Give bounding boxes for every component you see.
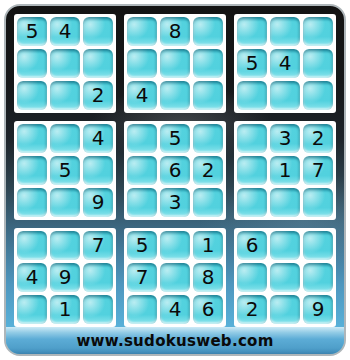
cell-r2c4[interactable] <box>127 49 157 78</box>
cell-r9c1[interactable] <box>17 295 47 324</box>
cell-r7c6: 1 <box>193 231 223 260</box>
cell-r4c3: 4 <box>83 124 113 153</box>
cell-r4c9: 2 <box>303 124 333 153</box>
cell-r9c9: 9 <box>303 295 333 324</box>
cell-r6c4[interactable] <box>127 188 157 217</box>
cell-r6c8[interactable] <box>270 188 300 217</box>
cell-r2c1[interactable] <box>17 49 47 78</box>
cell-r2c5[interactable] <box>160 49 190 78</box>
cell-r5c1[interactable] <box>17 156 47 185</box>
cell-r1c6[interactable] <box>193 17 223 46</box>
cell-r4c6[interactable] <box>193 124 223 153</box>
cell-r8c7[interactable] <box>237 263 267 292</box>
cell-r3c4: 4 <box>127 81 157 110</box>
sudokusweb-link[interactable]: www.sudokusweb.com <box>76 332 273 350</box>
cell-r8c4: 7 <box>127 263 157 292</box>
footer-bar: www.sudokusweb.com <box>6 327 344 354</box>
cell-r3c8[interactable] <box>270 81 300 110</box>
cell-r3c5[interactable] <box>160 81 190 110</box>
cell-r9c5: 4 <box>160 295 190 324</box>
cell-r7c3: 7 <box>83 231 113 260</box>
cell-r6c6[interactable] <box>193 188 223 217</box>
cell-r5c8: 1 <box>270 156 300 185</box>
cell-r9c7: 2 <box>237 295 267 324</box>
cell-r8c5[interactable] <box>160 263 190 292</box>
cell-r2c6[interactable] <box>193 49 223 78</box>
sudoku-widget: 5428454459562332177491517846629 www.sudo… <box>0 0 350 360</box>
sudoku-block-3-2: 517846 <box>124 228 226 327</box>
cell-r1c1: 5 <box>17 17 47 46</box>
cell-r1c3[interactable] <box>83 17 113 46</box>
cell-r7c4: 5 <box>127 231 157 260</box>
cell-r8c3[interactable] <box>83 263 113 292</box>
sudoku-block-1-3: 54 <box>234 14 336 113</box>
cell-r8c8[interactable] <box>270 263 300 292</box>
cell-r8c6: 8 <box>193 263 223 292</box>
sudoku-block-2-2: 5623 <box>124 121 226 220</box>
cell-r6c2[interactable] <box>50 188 80 217</box>
cell-r2c9[interactable] <box>303 49 333 78</box>
sudoku-block-2-1: 459 <box>14 121 116 220</box>
sudoku-block-1-1: 542 <box>14 14 116 113</box>
cell-r6c3: 9 <box>83 188 113 217</box>
cell-r2c3[interactable] <box>83 49 113 78</box>
cell-r2c7: 5 <box>237 49 267 78</box>
cell-r7c7: 6 <box>237 231 267 260</box>
cell-r7c9[interactable] <box>303 231 333 260</box>
cell-r6c9[interactable] <box>303 188 333 217</box>
cell-r1c8[interactable] <box>270 17 300 46</box>
cell-r8c1: 4 <box>17 263 47 292</box>
sudoku-block-3-3: 629 <box>234 228 336 327</box>
cell-r1c4[interactable] <box>127 17 157 46</box>
cell-r5c2: 5 <box>50 156 80 185</box>
cell-r9c6: 6 <box>193 295 223 324</box>
sudoku-board: 5428454459562332177491517846629 <box>14 14 336 327</box>
sudoku-block-3-1: 7491 <box>14 228 116 327</box>
sudoku-block-1-2: 84 <box>124 14 226 113</box>
cell-r5c6: 2 <box>193 156 223 185</box>
cell-r3c3: 2 <box>83 81 113 110</box>
cell-r9c2: 1 <box>50 295 80 324</box>
cell-r5c5: 6 <box>160 156 190 185</box>
cell-r4c8: 3 <box>270 124 300 153</box>
cell-r3c1[interactable] <box>17 81 47 110</box>
cell-r2c8: 4 <box>270 49 300 78</box>
cell-r3c6[interactable] <box>193 81 223 110</box>
cell-r3c2[interactable] <box>50 81 80 110</box>
cell-r4c7[interactable] <box>237 124 267 153</box>
board-frame: 5428454459562332177491517846629 www.sudo… <box>4 4 346 356</box>
cell-r7c2[interactable] <box>50 231 80 260</box>
cell-r1c5: 8 <box>160 17 190 46</box>
cell-r5c3[interactable] <box>83 156 113 185</box>
sudoku-block-2-3: 3217 <box>234 121 336 220</box>
cell-r9c4[interactable] <box>127 295 157 324</box>
cell-r3c9[interactable] <box>303 81 333 110</box>
cell-r7c1[interactable] <box>17 231 47 260</box>
cell-r4c5: 5 <box>160 124 190 153</box>
cell-r7c5[interactable] <box>160 231 190 260</box>
cell-r6c5: 3 <box>160 188 190 217</box>
cell-r4c1[interactable] <box>17 124 47 153</box>
cell-r1c7[interactable] <box>237 17 267 46</box>
cell-r3c7[interactable] <box>237 81 267 110</box>
cell-r1c9[interactable] <box>303 17 333 46</box>
cell-r9c8[interactable] <box>270 295 300 324</box>
cell-r8c9[interactable] <box>303 263 333 292</box>
cell-r2c2[interactable] <box>50 49 80 78</box>
cell-r6c7[interactable] <box>237 188 267 217</box>
cell-r9c3[interactable] <box>83 295 113 324</box>
cell-r5c4[interactable] <box>127 156 157 185</box>
cell-r8c2: 9 <box>50 263 80 292</box>
cell-r6c1[interactable] <box>17 188 47 217</box>
cell-r7c8[interactable] <box>270 231 300 260</box>
cell-r4c2[interactable] <box>50 124 80 153</box>
cell-r4c4[interactable] <box>127 124 157 153</box>
cell-r1c2: 4 <box>50 17 80 46</box>
cell-r5c9: 7 <box>303 156 333 185</box>
cell-r5c7[interactable] <box>237 156 267 185</box>
